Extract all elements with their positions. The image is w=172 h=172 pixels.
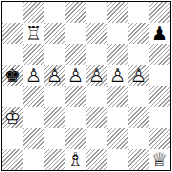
square-c8[interactable] bbox=[44, 2, 65, 23]
square-d8[interactable] bbox=[65, 2, 86, 23]
piece-white-pawn[interactable]: ♟♙ bbox=[86, 65, 107, 86]
square-c4[interactable] bbox=[44, 86, 65, 107]
square-d2[interactable] bbox=[65, 128, 86, 149]
square-d1[interactable]: ♝♗ bbox=[65, 149, 86, 170]
square-b2[interactable] bbox=[23, 128, 44, 149]
square-a1[interactable] bbox=[2, 149, 23, 170]
white-piece-outline: ♔ bbox=[2, 107, 23, 128]
square-f8[interactable] bbox=[107, 2, 128, 23]
piece-white-pawn[interactable]: ♟♙ bbox=[128, 65, 149, 86]
square-b8[interactable] bbox=[23, 2, 44, 23]
piece-white-pawn[interactable]: ♟♙ bbox=[44, 65, 65, 86]
white-piece-outline: ♙ bbox=[44, 65, 65, 86]
square-h5[interactable] bbox=[149, 65, 170, 86]
square-e3[interactable] bbox=[86, 107, 107, 128]
piece-white-queen[interactable]: ♛♕ bbox=[149, 149, 170, 170]
square-c6[interactable] bbox=[44, 44, 65, 65]
white-piece-outline: ♕ bbox=[149, 149, 170, 170]
square-f4[interactable] bbox=[107, 86, 128, 107]
piece-black-pawn[interactable]: ♟ bbox=[149, 23, 170, 44]
square-h4[interactable] bbox=[149, 86, 170, 107]
square-e8[interactable] bbox=[86, 2, 107, 23]
square-g6[interactable] bbox=[128, 44, 149, 65]
white-piece-outline: ♙ bbox=[128, 65, 149, 86]
square-h1[interactable]: ♛♕ bbox=[149, 149, 170, 170]
white-piece-outline: ♖ bbox=[23, 23, 44, 44]
square-g2[interactable] bbox=[128, 128, 149, 149]
piece-white-bishop[interactable]: ♝♗ bbox=[65, 149, 86, 170]
square-h8[interactable] bbox=[149, 2, 170, 23]
square-e6[interactable] bbox=[86, 44, 107, 65]
piece-white-pawn[interactable]: ♟♙ bbox=[23, 65, 44, 86]
square-c5[interactable]: ♟♙ bbox=[44, 65, 65, 86]
square-f1[interactable] bbox=[107, 149, 128, 170]
square-a4[interactable] bbox=[2, 86, 23, 107]
square-c2[interactable] bbox=[44, 128, 65, 149]
square-b6[interactable] bbox=[23, 44, 44, 65]
square-a8[interactable] bbox=[2, 2, 23, 23]
white-piece-outline: ♙ bbox=[23, 65, 44, 86]
white-piece-outline: ♙ bbox=[65, 65, 86, 86]
square-g4[interactable] bbox=[128, 86, 149, 107]
square-g7[interactable] bbox=[128, 23, 149, 44]
piece-white-pawn[interactable]: ♟♙ bbox=[65, 65, 86, 86]
piece-white-king[interactable]: ♚♔ bbox=[2, 107, 23, 128]
square-b4[interactable] bbox=[23, 86, 44, 107]
square-d7[interactable] bbox=[65, 23, 86, 44]
square-b1[interactable] bbox=[23, 149, 44, 170]
square-a5[interactable]: ♚ bbox=[2, 65, 23, 86]
chess-board: ♜♖♟♚♟♙♟♙♟♙♟♙♟♙♟♙♚♔♝♗♛♕ bbox=[1, 1, 171, 171]
piece-white-rook[interactable]: ♜♖ bbox=[23, 23, 44, 44]
square-d6[interactable] bbox=[65, 44, 86, 65]
square-b7[interactable]: ♜♖ bbox=[23, 23, 44, 44]
square-e2[interactable] bbox=[86, 128, 107, 149]
square-g1[interactable] bbox=[128, 149, 149, 170]
square-e4[interactable] bbox=[86, 86, 107, 107]
piece-white-pawn[interactable]: ♟♙ bbox=[107, 65, 128, 86]
square-f2[interactable] bbox=[107, 128, 128, 149]
square-f5[interactable]: ♟♙ bbox=[107, 65, 128, 86]
square-e5[interactable]: ♟♙ bbox=[86, 65, 107, 86]
white-piece-outline: ♙ bbox=[107, 65, 128, 86]
square-c1[interactable] bbox=[44, 149, 65, 170]
square-c3[interactable] bbox=[44, 107, 65, 128]
square-f7[interactable] bbox=[107, 23, 128, 44]
square-e1[interactable] bbox=[86, 149, 107, 170]
square-d3[interactable] bbox=[65, 107, 86, 128]
square-g8[interactable] bbox=[128, 2, 149, 23]
square-e7[interactable] bbox=[86, 23, 107, 44]
square-b3[interactable] bbox=[23, 107, 44, 128]
square-d4[interactable] bbox=[65, 86, 86, 107]
square-h7[interactable]: ♟ bbox=[149, 23, 170, 44]
square-a2[interactable] bbox=[2, 128, 23, 149]
square-a7[interactable] bbox=[2, 23, 23, 44]
square-a6[interactable] bbox=[2, 44, 23, 65]
square-h6[interactable] bbox=[149, 44, 170, 65]
square-d5[interactable]: ♟♙ bbox=[65, 65, 86, 86]
square-h3[interactable] bbox=[149, 107, 170, 128]
white-piece-outline: ♙ bbox=[86, 65, 107, 86]
square-f3[interactable] bbox=[107, 107, 128, 128]
square-f6[interactable] bbox=[107, 44, 128, 65]
square-h2[interactable] bbox=[149, 128, 170, 149]
square-g3[interactable] bbox=[128, 107, 149, 128]
square-g5[interactable]: ♟♙ bbox=[128, 65, 149, 86]
square-c7[interactable] bbox=[44, 23, 65, 44]
piece-black-king[interactable]: ♚ bbox=[2, 65, 23, 86]
square-a3[interactable]: ♚♔ bbox=[2, 107, 23, 128]
white-piece-outline: ♗ bbox=[65, 149, 86, 170]
square-b5[interactable]: ♟♙ bbox=[23, 65, 44, 86]
